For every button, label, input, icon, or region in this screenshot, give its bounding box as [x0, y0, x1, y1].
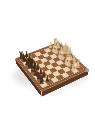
chess-scene: ♜♞♝♚♛♝♞♜♟♟♟♟♟♟♟♟♟♟♟♟♟♟♟♟♜♞♝♚♛♝♞♜ [0, 0, 95, 126]
chess-board: ♜♞♝♚♛♝♞♜♟♟♟♟♟♟♟♟♟♟♟♟♟♟♟♟♜♞♝♚♛♝♞♜ [15, 42, 89, 92]
piece-white-pawn: ♟ [70, 63, 76, 71]
piece-black-rook: ♜ [38, 74, 45, 85]
piece-black-pawn: ♟ [44, 74, 50, 83]
chess-set-product-photo[interactable]: ♜♞♝♚♛♝♞♜♟♟♟♟♟♟♟♟♟♟♟♟♟♟♟♟♜♞♝♚♛♝♞♜ [0, 0, 95, 126]
clasp-icon [85, 69, 89, 72]
